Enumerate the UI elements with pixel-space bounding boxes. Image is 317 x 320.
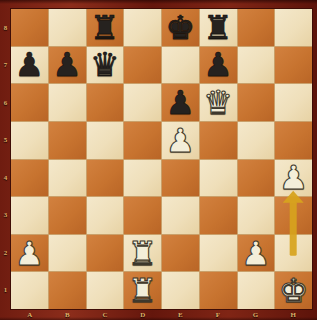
rank-label-1: 1: [0, 272, 11, 310]
square-a2[interactable]: ♟: [11, 235, 48, 272]
piece-wK-h1[interactable]: ♚: [275, 272, 312, 309]
piece-bP-e6[interactable]: ♟: [162, 84, 199, 121]
square-b8[interactable]: [49, 9, 86, 46]
square-h6[interactable]: [275, 84, 312, 121]
rank-label-8: 8: [0, 9, 11, 47]
chess-board[interactable]: ♜♚♜♟♟♛♟♟♛♟♟♟♜♟♜♚: [11, 9, 312, 309]
piece-wP-h4[interactable]: ♟: [275, 160, 312, 197]
square-a1[interactable]: [11, 272, 48, 309]
square-d2[interactable]: ♜: [124, 235, 161, 272]
square-b2[interactable]: [49, 235, 86, 272]
file-label-g: G: [237, 309, 275, 320]
piece-wQ-f6[interactable]: ♛: [200, 84, 237, 121]
rank-label-3: 3: [0, 197, 11, 235]
square-c8[interactable]: ♜: [87, 9, 124, 46]
square-h1[interactable]: ♚: [275, 272, 312, 309]
piece-bR-c8[interactable]: ♜: [87, 9, 124, 46]
rank-label-5: 5: [0, 122, 11, 160]
chessboard-frame: 87654321 ABCDEFGH ♜♚♜♟♟♛♟♟♛♟♟♟♜♟♜♚: [0, 0, 317, 320]
square-e6[interactable]: ♟: [162, 84, 199, 121]
rank-label-6: 6: [0, 84, 11, 122]
square-a8[interactable]: [11, 9, 48, 46]
square-b5[interactable]: [49, 122, 86, 159]
piece-bP-a7[interactable]: ♟: [11, 47, 48, 84]
square-d4[interactable]: [124, 160, 161, 197]
file-label-d: D: [124, 309, 162, 320]
square-f3[interactable]: [200, 197, 237, 234]
square-h3[interactable]: [275, 197, 312, 234]
square-b6[interactable]: [49, 84, 86, 121]
rank-label-7: 7: [0, 47, 11, 85]
square-f4[interactable]: [200, 160, 237, 197]
square-d5[interactable]: [124, 122, 161, 159]
piece-bP-f7[interactable]: ♟: [200, 47, 237, 84]
piece-wR-d1[interactable]: ♜: [124, 272, 161, 309]
square-g8[interactable]: [238, 9, 275, 46]
square-c1[interactable]: [87, 272, 124, 309]
square-e7[interactable]: [162, 47, 199, 84]
square-g2[interactable]: ♟: [238, 235, 275, 272]
square-f7[interactable]: ♟: [200, 47, 237, 84]
square-c7[interactable]: ♛: [87, 47, 124, 84]
square-a6[interactable]: [11, 84, 48, 121]
file-label-c: C: [86, 309, 124, 320]
square-c2[interactable]: [87, 235, 124, 272]
square-a4[interactable]: [11, 160, 48, 197]
square-g7[interactable]: [238, 47, 275, 84]
piece-wP-a2[interactable]: ♟: [11, 235, 48, 272]
square-e8[interactable]: ♚: [162, 9, 199, 46]
rank-label-4: 4: [0, 159, 11, 197]
file-label-h: H: [274, 309, 312, 320]
piece-wP-g2[interactable]: ♟: [238, 235, 275, 272]
square-c3[interactable]: [87, 197, 124, 234]
square-g5[interactable]: [238, 122, 275, 159]
rank-label-2: 2: [0, 234, 11, 272]
square-c5[interactable]: [87, 122, 124, 159]
file-label-e: E: [162, 309, 200, 320]
square-d6[interactable]: [124, 84, 161, 121]
square-e3[interactable]: [162, 197, 199, 234]
file-label-a: A: [11, 309, 49, 320]
square-b3[interactable]: [49, 197, 86, 234]
square-e4[interactable]: [162, 160, 199, 197]
square-c4[interactable]: [87, 160, 124, 197]
square-d7[interactable]: [124, 47, 161, 84]
piece-wR-d2[interactable]: ♜: [124, 235, 161, 272]
rank-coordinates: 87654321: [0, 9, 11, 309]
file-label-f: F: [199, 309, 237, 320]
square-h7[interactable]: [275, 47, 312, 84]
square-f8[interactable]: ♜: [200, 9, 237, 46]
square-h5[interactable]: [275, 122, 312, 159]
square-a7[interactable]: ♟: [11, 47, 48, 84]
square-e5[interactable]: ♟: [162, 122, 199, 159]
piece-bQ-c7[interactable]: ♛: [87, 47, 124, 84]
square-h2[interactable]: [275, 235, 312, 272]
square-h8[interactable]: [275, 9, 312, 46]
file-label-b: B: [49, 309, 87, 320]
square-c6[interactable]: [87, 84, 124, 121]
piece-wP-e5[interactable]: ♟: [162, 122, 199, 159]
file-coordinates: ABCDEFGH: [11, 309, 312, 320]
square-g6[interactable]: [238, 84, 275, 121]
square-b4[interactable]: [49, 160, 86, 197]
square-h4[interactable]: ♟: [275, 160, 312, 197]
square-a5[interactable]: [11, 122, 48, 159]
square-b1[interactable]: [49, 272, 86, 309]
square-f6[interactable]: ♛: [200, 84, 237, 121]
square-b7[interactable]: ♟: [49, 47, 86, 84]
square-f2[interactable]: [200, 235, 237, 272]
square-f5[interactable]: [200, 122, 237, 159]
square-e2[interactable]: [162, 235, 199, 272]
square-e1[interactable]: [162, 272, 199, 309]
square-d8[interactable]: [124, 9, 161, 46]
square-g3[interactable]: [238, 197, 275, 234]
square-d1[interactable]: ♜: [124, 272, 161, 309]
piece-bP-b7[interactable]: ♟: [49, 47, 86, 84]
square-a3[interactable]: [11, 197, 48, 234]
square-g1[interactable]: [238, 272, 275, 309]
square-g4[interactable]: [238, 160, 275, 197]
piece-bK-e8[interactable]: ♚: [162, 9, 199, 46]
piece-bR-f8[interactable]: ♜: [200, 9, 237, 46]
square-f1[interactable]: [200, 272, 237, 309]
square-d3[interactable]: [124, 197, 161, 234]
